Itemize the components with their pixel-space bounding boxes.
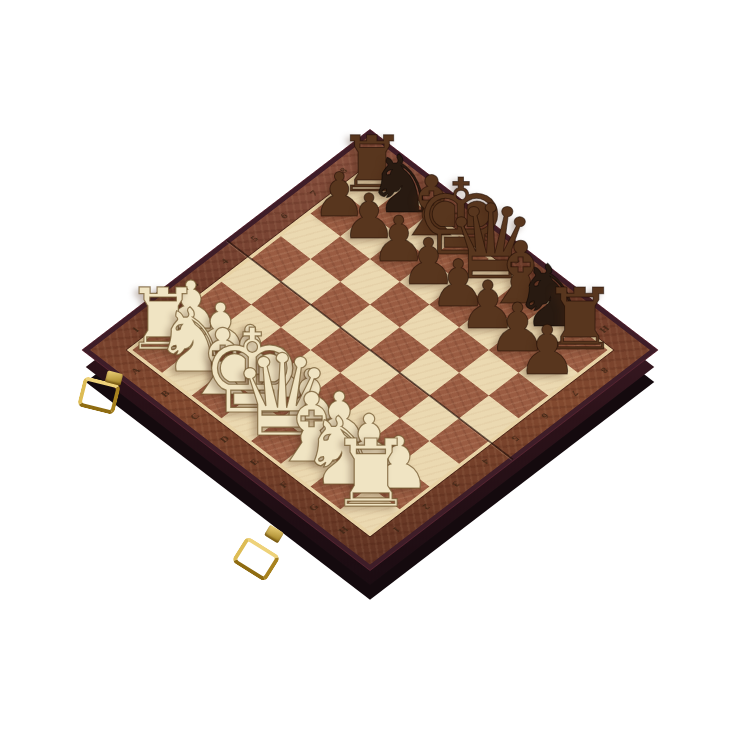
piece-white-rook-h1[interactable]: ♜ — [329, 428, 412, 521]
scene: ABCDEFGH ABCDEFGH 87654321 87654321 ♜♞♝♚… — [0, 0, 740, 737]
pieces-layer: ♜♞♝♚♛♝♞♜♟♟♟♟♟♟♟♟♟♟♟♟♟♟♟♟♜♞♝♚♛♝♞♜ — [0, 0, 740, 737]
piece-black-pawn-h7[interactable]: ♟ — [517, 317, 578, 385]
